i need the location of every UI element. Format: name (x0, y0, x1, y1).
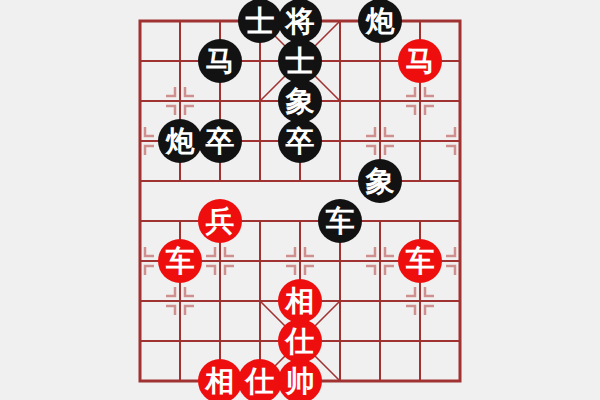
board-grid[interactable]: 士将炮马士马象炮卒卒象兵车车车相仕相仕帅 (120, 1, 480, 400)
piece-black-soldier[interactable]: 卒 (198, 119, 242, 163)
piece-black-soldier[interactable]: 卒 (278, 119, 322, 163)
piece-black-cannon[interactable]: 炮 (358, 0, 402, 43)
piece-red-advisor[interactable]: 仕 (278, 319, 322, 363)
piece-red-elephant[interactable]: 相 (278, 279, 322, 323)
piece-black-advisor[interactable]: 士 (238, 0, 282, 43)
piece-glyph: 相 (206, 367, 235, 396)
piece-black-general[interactable]: 将 (278, 0, 322, 43)
piece-glyph: 炮 (166, 127, 195, 156)
piece-red-chariot[interactable]: 车 (158, 239, 202, 283)
piece-glyph: 马 (406, 47, 435, 76)
piece-glyph: 卒 (286, 127, 315, 156)
piece-glyph: 车 (406, 247, 435, 276)
piece-glyph: 车 (326, 207, 355, 236)
piece-black-cannon[interactable]: 炮 (158, 119, 202, 163)
piece-red-advisor[interactable]: 仕 (238, 359, 282, 400)
piece-glyph: 兵 (206, 207, 235, 236)
piece-glyph: 车 (166, 247, 195, 276)
piece-glyph: 马 (206, 47, 235, 76)
piece-black-horse[interactable]: 马 (198, 39, 242, 83)
piece-glyph: 仕 (246, 367, 275, 396)
piece-black-elephant[interactable]: 象 (358, 159, 402, 203)
piece-red-horse[interactable]: 马 (398, 39, 442, 83)
piece-glyph: 象 (286, 87, 315, 116)
piece-red-general[interactable]: 帅 (278, 359, 322, 400)
piece-black-elephant[interactable]: 象 (278, 79, 322, 123)
piece-black-advisor[interactable]: 士 (278, 39, 322, 83)
piece-glyph: 将 (286, 7, 315, 36)
xiangqi-board-screenshot: 士将炮马士马象炮卒卒象兵车车车相仕相仕帅 (0, 0, 600, 400)
piece-glyph: 士 (246, 7, 275, 36)
piece-red-elephant[interactable]: 相 (198, 359, 242, 400)
piece-glyph: 帅 (286, 367, 315, 396)
piece-glyph: 卒 (206, 127, 235, 156)
piece-black-chariot[interactable]: 车 (318, 199, 362, 243)
piece-red-soldier[interactable]: 兵 (198, 199, 242, 243)
piece-glyph: 士 (286, 47, 315, 76)
piece-glyph: 相 (286, 287, 315, 316)
piece-glyph: 炮 (366, 7, 395, 36)
piece-red-chariot[interactable]: 车 (398, 239, 442, 283)
piece-glyph: 仕 (286, 327, 315, 356)
piece-glyph: 象 (366, 167, 395, 196)
